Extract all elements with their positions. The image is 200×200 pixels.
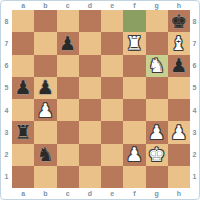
- square-e2[interactable]: [101, 144, 123, 166]
- square-b2[interactable]: ♞: [34, 144, 56, 166]
- file-label-bottom-d: d: [79, 188, 101, 199]
- piece-b2-bN[interactable]: ♞: [37, 145, 54, 164]
- board-panel: ♚♟♜♝♞♟♟♟♟♜♟♟♞♟♚ aabbccddeeffgghh88776655…: [0, 0, 200, 200]
- square-g1[interactable]: [146, 166, 168, 188]
- file-label-top-a: a: [12, 1, 34, 10]
- square-d8[interactable]: [79, 10, 101, 32]
- rank-label-left-8: 8: [1, 10, 12, 32]
- square-e8[interactable]: [101, 10, 123, 32]
- piece-h8-bK[interactable]: ♚: [170, 11, 187, 30]
- square-h4[interactable]: [168, 99, 190, 121]
- rank-label-right-2: 2: [190, 144, 199, 166]
- square-e4[interactable]: [101, 99, 123, 121]
- square-d3[interactable]: [79, 121, 101, 143]
- rank-label-right-6: 6: [190, 55, 199, 77]
- piece-h6-bP[interactable]: ♟: [170, 56, 187, 75]
- file-label-top-e: e: [101, 1, 123, 10]
- square-a7[interactable]: [12, 32, 34, 54]
- square-g8[interactable]: [146, 10, 168, 32]
- piece-h7-wB[interactable]: ♝: [170, 33, 187, 52]
- square-c1[interactable]: [57, 166, 79, 188]
- rank-label-left-4: 4: [1, 99, 12, 121]
- square-d4[interactable]: [79, 99, 101, 121]
- square-b8[interactable]: [34, 10, 56, 32]
- square-d2[interactable]: [79, 144, 101, 166]
- square-g3[interactable]: ♟: [146, 121, 168, 143]
- file-label-bottom-c: c: [57, 188, 79, 199]
- square-b7[interactable]: [34, 32, 56, 54]
- square-g5[interactable]: [146, 77, 168, 99]
- rank-label-left-7: 7: [1, 32, 12, 54]
- file-label-bottom-f: f: [123, 188, 145, 199]
- file-label-bottom-b: b: [34, 188, 56, 199]
- rank-label-right-8: 8: [190, 10, 199, 32]
- square-b4[interactable]: ♟: [34, 99, 56, 121]
- piece-b4-wP[interactable]: ♟: [37, 100, 54, 119]
- square-c4[interactable]: [57, 99, 79, 121]
- square-c5[interactable]: [57, 77, 79, 99]
- square-g4[interactable]: [146, 99, 168, 121]
- square-f7[interactable]: ♜: [123, 32, 145, 54]
- square-h8[interactable]: ♚: [168, 10, 190, 32]
- square-h7[interactable]: ♝: [168, 32, 190, 54]
- file-label-bottom-e: e: [101, 188, 123, 199]
- rank-label-right-3: 3: [190, 121, 199, 143]
- square-g7[interactable]: [146, 32, 168, 54]
- square-h6[interactable]: ♟: [168, 55, 190, 77]
- square-e5[interactable]: [101, 77, 123, 99]
- file-label-bottom-a: a: [12, 188, 34, 199]
- square-d5[interactable]: [79, 77, 101, 99]
- square-e7[interactable]: [101, 32, 123, 54]
- square-f5[interactable]: [123, 77, 145, 99]
- rank-label-right-4: 4: [190, 99, 199, 121]
- square-c8[interactable]: [57, 10, 79, 32]
- square-b1[interactable]: [34, 166, 56, 188]
- square-b5[interactable]: ♟: [34, 77, 56, 99]
- file-label-top-c: c: [57, 1, 79, 10]
- square-c6[interactable]: [57, 55, 79, 77]
- square-a8[interactable]: [12, 10, 34, 32]
- rank-label-right-1: 1: [190, 166, 199, 188]
- square-e3[interactable]: [101, 121, 123, 143]
- square-g2[interactable]: ♚: [146, 144, 168, 166]
- square-d6[interactable]: [79, 55, 101, 77]
- square-a3[interactable]: ♜: [12, 121, 34, 143]
- file-label-bottom-g: g: [146, 188, 168, 199]
- square-a6[interactable]: [12, 55, 34, 77]
- square-b6[interactable]: [34, 55, 56, 77]
- square-d1[interactable]: [79, 166, 101, 188]
- rank-label-left-6: 6: [1, 55, 12, 77]
- square-f4[interactable]: [123, 99, 145, 121]
- square-h5[interactable]: [168, 77, 190, 99]
- square-f8[interactable]: [123, 10, 145, 32]
- piece-a3-bR[interactable]: ♜: [15, 122, 32, 141]
- square-a4[interactable]: [12, 99, 34, 121]
- square-a1[interactable]: [12, 166, 34, 188]
- square-h3[interactable]: ♟: [168, 121, 190, 143]
- piece-f2-wP[interactable]: ♟: [126, 145, 143, 164]
- rank-label-left-3: 3: [1, 121, 12, 143]
- file-label-top-h: h: [168, 1, 190, 10]
- square-h1[interactable]: [168, 166, 190, 188]
- piece-a5-bP[interactable]: ♟: [15, 78, 32, 97]
- piece-b5-bP[interactable]: ♟: [37, 78, 54, 97]
- rank-label-right-7: 7: [190, 32, 199, 54]
- square-c2[interactable]: [57, 144, 79, 166]
- file-label-top-g: g: [146, 1, 168, 10]
- square-f3[interactable]: [123, 121, 145, 143]
- square-f6[interactable]: [123, 55, 145, 77]
- chess-board: ♚♟♜♝♞♟♟♟♟♜♟♟♞♟♚: [12, 10, 190, 188]
- square-c3[interactable]: [57, 121, 79, 143]
- square-a2[interactable]: [12, 144, 34, 166]
- rank-label-left-1: 1: [1, 166, 12, 188]
- piece-c7-bP[interactable]: ♟: [59, 33, 76, 52]
- square-e1[interactable]: [101, 166, 123, 188]
- square-a5[interactable]: ♟: [12, 77, 34, 99]
- file-label-top-d: d: [79, 1, 101, 10]
- piece-g6-wN[interactable]: ♞: [148, 56, 165, 75]
- piece-g3-wP[interactable]: ♟: [148, 122, 165, 141]
- square-c7[interactable]: ♟: [57, 32, 79, 54]
- piece-g2-wK[interactable]: ♚: [148, 145, 165, 164]
- square-b3[interactable]: [34, 121, 56, 143]
- rank-label-left-5: 5: [1, 77, 12, 99]
- file-label-top-b: b: [34, 1, 56, 10]
- square-d7[interactable]: [79, 32, 101, 54]
- square-g6[interactable]: ♞: [146, 55, 168, 77]
- file-label-top-f: f: [123, 1, 145, 10]
- rank-label-right-5: 5: [190, 77, 199, 99]
- piece-f7-wR[interactable]: ♜: [126, 33, 143, 52]
- square-h2[interactable]: [168, 144, 190, 166]
- piece-h3-wP[interactable]: ♟: [170, 122, 187, 141]
- square-f1[interactable]: [123, 166, 145, 188]
- square-f2[interactable]: ♟: [123, 144, 145, 166]
- rank-label-left-2: 2: [1, 144, 12, 166]
- square-e6[interactable]: [101, 55, 123, 77]
- file-label-bottom-h: h: [168, 188, 190, 199]
